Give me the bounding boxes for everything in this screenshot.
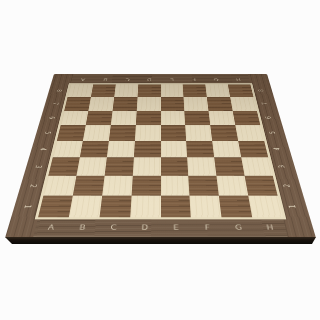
square-b8 xyxy=(91,84,116,97)
square-f6 xyxy=(185,111,211,126)
file-label-bottom-g-text: G xyxy=(235,224,243,231)
square-c3 xyxy=(104,158,133,176)
square-d1 xyxy=(130,196,161,218)
square-g5 xyxy=(210,125,238,141)
square-d2 xyxy=(131,176,160,196)
square-b3 xyxy=(76,158,106,176)
square-g6 xyxy=(209,111,236,126)
file-label-top-a-text: A xyxy=(80,78,85,81)
square-d6 xyxy=(136,111,161,126)
square-f7 xyxy=(184,97,209,111)
file-label-bottom-h-text: H xyxy=(266,224,274,231)
square-f1 xyxy=(190,196,222,218)
square-h8 xyxy=(228,84,254,97)
file-label-top-g-text: G xyxy=(213,78,218,81)
file-label-bottom-b-text: B xyxy=(79,224,86,231)
file-label-bottom-g: G xyxy=(222,217,256,238)
square-c6 xyxy=(111,111,137,126)
square-g3 xyxy=(214,158,244,176)
file-label-bottom-c: C xyxy=(97,217,130,238)
board-field xyxy=(38,84,283,217)
square-g7 xyxy=(207,97,233,111)
square-c4 xyxy=(107,141,135,158)
square-a6 xyxy=(61,111,89,126)
file-label-top-e-text: E xyxy=(170,78,174,81)
file-label-top-f-text: F xyxy=(192,78,196,81)
square-c8 xyxy=(114,84,138,97)
square-g4 xyxy=(212,141,241,158)
square-b4 xyxy=(80,141,109,158)
square-f3 xyxy=(187,158,216,176)
square-f5 xyxy=(185,125,212,141)
square-a5 xyxy=(57,125,86,141)
square-e6 xyxy=(161,111,186,126)
square-e4 xyxy=(161,141,188,158)
square-d7 xyxy=(136,97,160,111)
square-b2 xyxy=(73,176,105,196)
file-label-bottom-e: E xyxy=(161,217,193,238)
square-b7 xyxy=(88,97,114,111)
square-d8 xyxy=(137,84,160,97)
square-e3 xyxy=(161,158,189,176)
square-e2 xyxy=(161,176,190,196)
square-e8 xyxy=(161,84,184,97)
file-label-top-c-text: C xyxy=(125,78,130,81)
square-c7 xyxy=(112,97,137,111)
file-label-bottom-a: A xyxy=(33,217,69,238)
square-c5 xyxy=(109,125,136,141)
square-e5 xyxy=(161,125,187,141)
file-label-bottom-f: F xyxy=(191,217,224,238)
square-h2 xyxy=(245,176,278,196)
file-label-top-b-text: B xyxy=(103,78,108,81)
file-label-bottom-f-text: F xyxy=(205,224,211,231)
chessboard-photo: AABBCCDDEEFFGGHH1122334455667788 xyxy=(0,0,320,320)
square-a3 xyxy=(48,158,79,176)
square-d4 xyxy=(134,141,161,158)
square-d3 xyxy=(132,158,160,176)
file-label-bottom-a-text: A xyxy=(47,224,54,231)
square-e7 xyxy=(161,97,185,111)
file-label-bottom-e-text: E xyxy=(173,224,179,231)
square-c1 xyxy=(99,196,131,218)
square-h3 xyxy=(241,158,272,176)
square-h7 xyxy=(230,97,257,111)
square-g1 xyxy=(219,196,252,218)
board-side-edge xyxy=(5,237,316,244)
file-label-bottom-c-text: C xyxy=(110,224,117,231)
square-b1 xyxy=(69,196,102,218)
square-a8 xyxy=(68,84,94,97)
square-f2 xyxy=(189,176,219,196)
square-a4 xyxy=(53,141,83,158)
square-h1 xyxy=(248,196,283,218)
board: AABBCCDDEEFFGGHH1122334455667788 xyxy=(5,74,316,238)
square-f4 xyxy=(186,141,214,158)
square-e1 xyxy=(161,196,192,218)
square-a7 xyxy=(64,97,91,111)
file-label-bottom-h: H xyxy=(252,217,288,238)
square-b6 xyxy=(86,111,113,126)
file-label-bottom-d: D xyxy=(129,217,161,238)
square-a1 xyxy=(38,196,73,218)
square-h4 xyxy=(238,141,268,158)
square-h6 xyxy=(233,111,261,126)
square-d5 xyxy=(135,125,161,141)
file-label-bottom-b: B xyxy=(65,217,99,238)
square-g2 xyxy=(217,176,249,196)
square-g8 xyxy=(205,84,230,97)
file-label-bottom-d-text: D xyxy=(141,224,148,231)
file-label-top-h-text: H xyxy=(235,78,240,81)
square-c2 xyxy=(102,176,132,196)
square-h5 xyxy=(235,125,264,141)
file-label-top-d-text: D xyxy=(147,78,152,81)
square-a2 xyxy=(43,176,76,196)
square-f8 xyxy=(183,84,207,97)
square-b5 xyxy=(83,125,111,141)
